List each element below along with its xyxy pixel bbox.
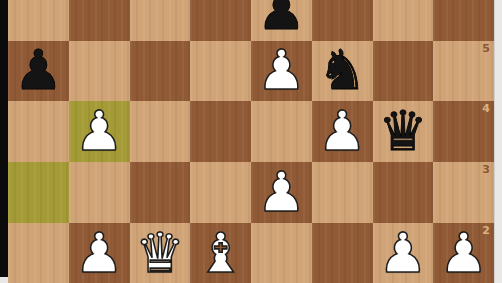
square-h3[interactable]: 3: [433, 162, 494, 223]
square-e5[interactable]: ♟: [251, 41, 312, 102]
square-e2[interactable]: [251, 223, 312, 283]
white-pawn-f4[interactable]: ♟: [312, 101, 373, 162]
square-h5[interactable]: 5: [433, 41, 494, 102]
black-pawn-a5[interactable]: ♟: [8, 41, 69, 102]
square-g5[interactable]: [373, 41, 434, 102]
white-pawn-b2[interactable]: ♟: [69, 223, 130, 283]
square-h4[interactable]: 4: [433, 101, 494, 162]
square-f4[interactable]: ♟: [312, 101, 373, 162]
square-c4[interactable]: [130, 101, 191, 162]
square-c2[interactable]: ♛: [130, 223, 191, 283]
rank-label-4: 4: [482, 103, 490, 114]
chessboard-screenshot: { "game": "chess", "view": { "orientatio…: [0, 0, 502, 283]
square-c3[interactable]: [130, 162, 191, 223]
black-knight-f5[interactable]: ♞: [312, 41, 373, 102]
square-g2[interactable]: ♟: [373, 223, 434, 283]
square-f6[interactable]: [312, 0, 373, 41]
black-pawn-e6[interactable]: ♟: [251, 0, 312, 41]
square-e4[interactable]: [251, 101, 312, 162]
square-h6[interactable]: [433, 0, 494, 41]
square-b4[interactable]: ♟: [69, 101, 130, 162]
square-d4[interactable]: [190, 101, 251, 162]
white-pawn-g2[interactable]: ♟: [373, 223, 434, 283]
white-bishop-d2[interactable]: ♝: [190, 223, 251, 283]
square-h2[interactable]: 2♟: [433, 223, 494, 283]
black-queen-g4[interactable]: ♛: [373, 101, 434, 162]
white-pawn-h2[interactable]: ♟: [433, 223, 494, 283]
square-f2[interactable]: [312, 223, 373, 283]
square-c6[interactable]: [130, 0, 191, 41]
square-b2[interactable]: ♟: [69, 223, 130, 283]
square-b5[interactable]: [69, 41, 130, 102]
square-f5[interactable]: ♞: [312, 41, 373, 102]
rank-label-3: 3: [482, 164, 490, 175]
square-a4[interactable]: [8, 101, 69, 162]
white-pawn-b4[interactable]: ♟: [69, 101, 130, 162]
square-e3[interactable]: ♟: [251, 162, 312, 223]
square-g6[interactable]: [373, 0, 434, 41]
white-pawn-e5[interactable]: ♟: [251, 41, 312, 102]
square-g4[interactable]: ♛: [373, 101, 434, 162]
rank-label-5: 5: [482, 43, 490, 54]
square-a6[interactable]: [8, 0, 69, 41]
white-queen-c2[interactable]: ♛: [130, 223, 191, 283]
square-d3[interactable]: [190, 162, 251, 223]
square-b6[interactable]: [69, 0, 130, 41]
white-pawn-e3[interactable]: ♟: [251, 162, 312, 223]
left-border-bar: [0, 0, 8, 277]
square-d5[interactable]: [190, 41, 251, 102]
chess-board[interactable]: ♟♟♟♞5♟♟♛4♟3♟♛♝♟2♟: [8, 0, 494, 283]
square-d2[interactable]: ♝: [190, 223, 251, 283]
square-f3[interactable]: [312, 162, 373, 223]
square-a3[interactable]: [8, 162, 69, 223]
square-e6[interactable]: ♟: [251, 0, 312, 41]
square-c5[interactable]: [130, 41, 191, 102]
square-a5[interactable]: ♟: [8, 41, 69, 102]
square-a2[interactable]: [8, 223, 69, 283]
square-g3[interactable]: [373, 162, 434, 223]
square-b3[interactable]: [69, 162, 130, 223]
square-d6[interactable]: [190, 0, 251, 41]
